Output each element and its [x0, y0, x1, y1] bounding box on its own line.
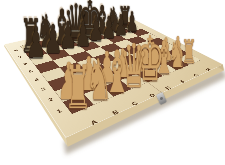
- piece-white-rook-a1[interactable]: ♜: [60, 75, 95, 115]
- pawn-icon: ♟: [26, 21, 46, 64]
- rook-icon: ♜: [64, 59, 92, 118]
- chess-set-photo: ABCDEFGH12345678 ♜♞♝♛♚♝♞♜♟♟♟♟♟♟♟♟♟♟♟♟♟♟♟…: [0, 0, 225, 165]
- pieces-layer: ♜♞♝♛♚♝♞♜♟♟♟♟♟♟♟♟♟♟♟♟♟♟♟♟♜♞♝♛♚♝♞♜: [0, 0, 225, 165]
- piece-black-pawn-a7[interactable]: ♟: [23, 32, 49, 61]
